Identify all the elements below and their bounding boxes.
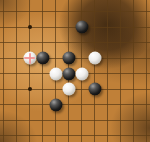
grid-horizontal-line [0, 135, 150, 136]
star-point [28, 87, 32, 91]
grid-vertical-line [120, 0, 121, 142]
grid-vertical-line [133, 0, 134, 142]
go-board[interactable] [0, 0, 150, 142]
go-app-screenshot [0, 0, 150, 142]
grid-vertical-line [42, 0, 43, 142]
grid-vertical-line [94, 0, 95, 142]
grid-vertical-line [3, 0, 4, 142]
white-stone [88, 52, 101, 65]
white-stone [75, 67, 88, 80]
black-stone [88, 83, 101, 96]
black-stone [62, 52, 75, 65]
grid-vertical-line [29, 0, 30, 142]
grid-horizontal-line [0, 104, 150, 105]
black-stone [36, 52, 49, 65]
black-stone [49, 98, 62, 111]
last-move-marker [24, 53, 35, 64]
white-stone [23, 52, 36, 65]
grid-horizontal-line [0, 120, 150, 121]
black-stone [62, 67, 75, 80]
grid-vertical-line [107, 0, 108, 142]
star-point [28, 25, 32, 29]
black-stone [75, 21, 88, 34]
grid-vertical-line [16, 0, 17, 142]
white-stone [49, 67, 62, 80]
grid-vertical-line [146, 0, 147, 142]
white-stone [62, 83, 75, 96]
grid-horizontal-line [0, 11, 150, 12]
grid-horizontal-line [0, 42, 150, 43]
grid-horizontal-line [0, 89, 150, 90]
